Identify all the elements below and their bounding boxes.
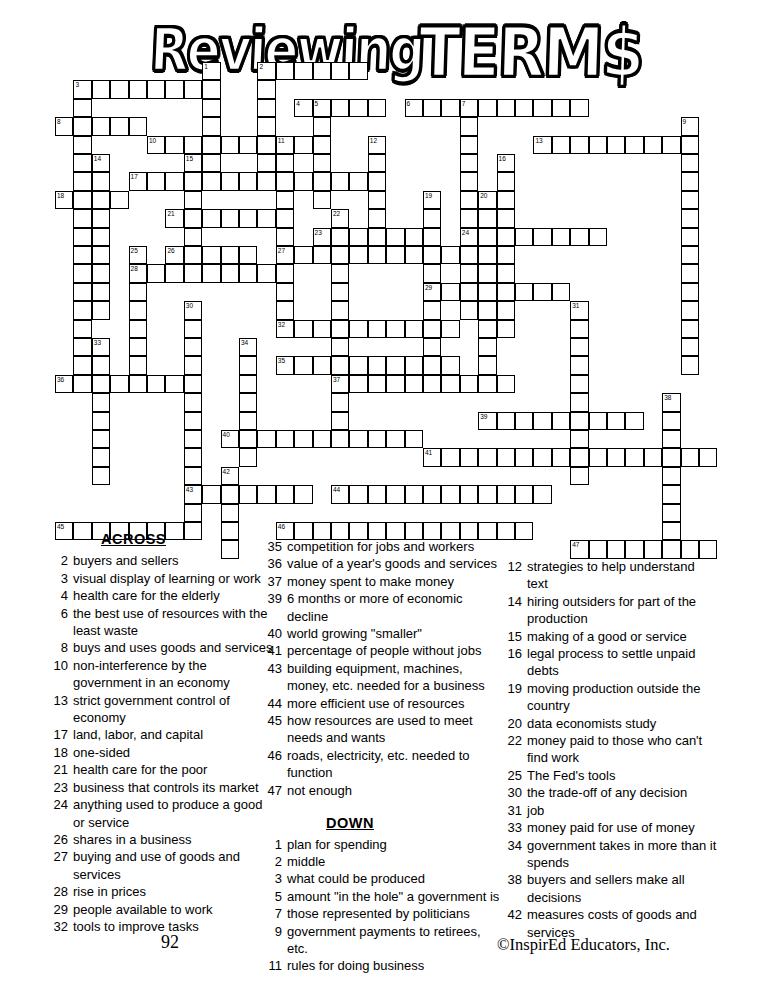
grid-cell[interactable] (221, 264, 239, 282)
grid-cell[interactable] (460, 375, 478, 393)
grid-cell[interactable]: 39 (478, 412, 496, 430)
grid-cell[interactable] (202, 80, 220, 98)
grid-cell[interactable] (331, 99, 349, 117)
grid-cell[interactable] (257, 117, 275, 135)
grid-cell[interactable] (349, 356, 367, 374)
grid-cell[interactable] (368, 154, 386, 172)
grid-cell[interactable] (478, 246, 496, 264)
grid-cell[interactable] (239, 430, 257, 448)
grid-cell[interactable] (331, 283, 349, 301)
grid-cell[interactable] (184, 136, 202, 154)
grid-cell[interactable] (110, 117, 128, 135)
grid-cell[interactable] (681, 228, 699, 246)
grid-cell[interactable]: 20 (478, 191, 496, 209)
grid-cell[interactable] (165, 80, 183, 98)
grid-cell[interactable] (331, 264, 349, 282)
grid-cell[interactable] (276, 485, 294, 503)
grid-cell[interactable] (460, 172, 478, 190)
grid-cell[interactable] (184, 228, 202, 246)
grid-cell[interactable] (423, 375, 441, 393)
grid-cell[interactable] (441, 246, 459, 264)
grid-cell[interactable] (607, 448, 625, 466)
grid-cell[interactable] (515, 412, 533, 430)
grid-cell[interactable] (681, 338, 699, 356)
grid-cell[interactable] (460, 136, 478, 154)
grid-cell[interactable] (349, 320, 367, 338)
grid-cell[interactable] (129, 338, 147, 356)
grid-cell[interactable] (681, 209, 699, 227)
grid-cell[interactable] (239, 136, 257, 154)
grid-cell[interactable] (570, 375, 588, 393)
grid-cell[interactable] (662, 540, 680, 558)
grid-cell[interactable] (570, 228, 588, 246)
grid-cell[interactable] (478, 375, 496, 393)
grid-cell[interactable] (110, 80, 128, 98)
grid-cell[interactable] (202, 136, 220, 154)
grid-cell[interactable] (460, 301, 478, 319)
grid-cell[interactable] (202, 209, 220, 227)
grid-cell[interactable] (533, 485, 551, 503)
grid-cell[interactable] (423, 301, 441, 319)
grid-cell[interactable] (533, 283, 551, 301)
grid-cell[interactable] (368, 375, 386, 393)
grid-cell[interactable] (184, 209, 202, 227)
grid-cell[interactable] (460, 191, 478, 209)
grid-cell[interactable] (313, 430, 331, 448)
grid-cell[interactable] (73, 209, 91, 227)
grid-cell[interactable] (184, 338, 202, 356)
grid-cell[interactable] (386, 320, 404, 338)
grid-cell[interactable] (662, 136, 680, 154)
grid-cell[interactable] (313, 136, 331, 154)
grid-cell[interactable] (165, 264, 183, 282)
grid-cell[interactable] (221, 246, 239, 264)
grid-cell[interactable] (92, 172, 110, 190)
grid-cell[interactable]: 31 (570, 301, 588, 319)
grid-cell[interactable] (294, 320, 312, 338)
grid-cell[interactable]: 36 (55, 375, 73, 393)
grid-cell[interactable] (478, 264, 496, 282)
grid-cell[interactable]: 14 (92, 154, 110, 172)
grid-cell[interactable] (294, 430, 312, 448)
grid-cell[interactable] (460, 246, 478, 264)
grid-cell[interactable] (423, 338, 441, 356)
grid-cell[interactable] (349, 172, 367, 190)
grid-cell[interactable] (184, 430, 202, 448)
grid-cell[interactable] (497, 209, 515, 227)
grid-cell[interactable] (349, 485, 367, 503)
grid-cell[interactable]: 17 (129, 172, 147, 190)
grid-cell[interactable]: 12 (368, 136, 386, 154)
grid-cell[interactable] (202, 154, 220, 172)
grid-cell[interactable] (607, 540, 625, 558)
grid-cell[interactable] (368, 485, 386, 503)
grid-cell[interactable] (478, 356, 496, 374)
grid-cell[interactable] (460, 117, 478, 135)
grid-cell[interactable] (662, 430, 680, 448)
grid-cell[interactable] (257, 154, 275, 172)
grid-cell[interactable]: 21 (165, 209, 183, 227)
grid-cell[interactable] (662, 485, 680, 503)
grid-cell[interactable] (276, 264, 294, 282)
grid-cell[interactable] (184, 467, 202, 485)
grid-cell[interactable] (184, 504, 202, 522)
grid-cell[interactable]: 25 (129, 246, 147, 264)
grid-cell[interactable] (349, 228, 367, 246)
grid-cell[interactable] (147, 264, 165, 282)
grid-cell[interactable] (257, 264, 275, 282)
grid-cell[interactable] (331, 320, 349, 338)
grid-cell[interactable] (221, 209, 239, 227)
grid-cell[interactable] (239, 412, 257, 430)
grid-cell[interactable] (570, 99, 588, 117)
grid-cell[interactable] (276, 172, 294, 190)
grid-cell[interactable] (478, 320, 496, 338)
grid-cell[interactable] (257, 430, 275, 448)
grid-cell[interactable] (331, 172, 349, 190)
grid-cell[interactable] (276, 228, 294, 246)
grid-cell[interactable] (73, 99, 91, 117)
grid-cell[interactable] (441, 320, 459, 338)
grid-cell[interactable] (294, 246, 312, 264)
grid-cell[interactable] (313, 154, 331, 172)
grid-cell[interactable] (313, 117, 331, 135)
grid-cell[interactable] (129, 117, 147, 135)
grid-cell[interactable]: 1 (202, 62, 220, 80)
grid-cell[interactable] (552, 136, 570, 154)
grid-cell[interactable] (184, 264, 202, 282)
grid-cell[interactable] (276, 430, 294, 448)
grid-cell[interactable] (331, 228, 349, 246)
grid-cell[interactable] (313, 320, 331, 338)
grid-cell[interactable] (368, 209, 386, 227)
grid-cell[interactable] (73, 338, 91, 356)
grid-cell[interactable] (294, 485, 312, 503)
grid-cell[interactable]: 3 (73, 80, 91, 98)
grid-cell[interactable] (184, 172, 202, 190)
grid-cell[interactable] (129, 320, 147, 338)
grid-cell[interactable]: 19 (423, 191, 441, 209)
grid-cell[interactable] (92, 209, 110, 227)
grid-cell[interactable] (92, 448, 110, 466)
grid-cell[interactable] (644, 448, 662, 466)
grid-cell[interactable] (662, 504, 680, 522)
grid-cell[interactable] (681, 264, 699, 282)
grid-cell[interactable] (368, 228, 386, 246)
grid-cell[interactable] (681, 154, 699, 172)
grid-cell[interactable] (699, 448, 717, 466)
grid-cell[interactable] (331, 412, 349, 430)
grid-cell[interactable] (257, 136, 275, 154)
grid-cell[interactable] (460, 448, 478, 466)
grid-cell[interactable] (368, 430, 386, 448)
grid-cell[interactable] (533, 228, 551, 246)
grid-cell[interactable] (184, 356, 202, 374)
grid-cell[interactable] (497, 264, 515, 282)
grid-cell[interactable] (276, 191, 294, 209)
grid-cell[interactable] (184, 412, 202, 430)
grid-cell[interactable] (257, 80, 275, 98)
grid-cell[interactable] (92, 356, 110, 374)
grid-cell[interactable] (92, 375, 110, 393)
grid-cell[interactable]: 43 (184, 485, 202, 503)
grid-cell[interactable] (294, 356, 312, 374)
grid-cell[interactable] (441, 356, 459, 374)
grid-cell[interactable] (515, 522, 533, 540)
grid-cell[interactable] (423, 228, 441, 246)
grid-cell[interactable]: 2 (257, 62, 275, 80)
grid-cell[interactable] (460, 485, 478, 503)
grid-cell[interactable] (681, 320, 699, 338)
grid-cell[interactable]: 18 (55, 191, 73, 209)
grid-cell[interactable] (552, 283, 570, 301)
grid-cell[interactable] (92, 393, 110, 411)
grid-cell[interactable] (515, 448, 533, 466)
grid-cell[interactable] (460, 209, 478, 227)
grid-cell[interactable] (423, 209, 441, 227)
grid-cell[interactable] (73, 283, 91, 301)
grid-cell[interactable] (570, 467, 588, 485)
grid-cell[interactable] (239, 375, 257, 393)
grid-cell[interactable] (276, 283, 294, 301)
grid-cell[interactable] (423, 264, 441, 282)
grid-cell[interactable]: 9 (681, 117, 699, 135)
grid-cell[interactable] (92, 80, 110, 98)
grid-cell[interactable] (570, 136, 588, 154)
grid-cell[interactable] (73, 375, 91, 393)
grid-cell[interactable] (478, 448, 496, 466)
grid-cell[interactable] (662, 448, 680, 466)
grid-cell[interactable] (92, 264, 110, 282)
grid-cell[interactable]: 30 (184, 301, 202, 319)
grid-cell[interactable] (73, 228, 91, 246)
grid-cell[interactable] (368, 320, 386, 338)
grid-cell[interactable] (533, 448, 551, 466)
grid-cell[interactable] (313, 62, 331, 80)
grid-cell[interactable]: 4 (294, 99, 312, 117)
grid-cell[interactable] (73, 117, 91, 135)
grid-cell[interactable] (497, 412, 515, 430)
grid-cell[interactable]: 16 (497, 154, 515, 172)
grid-cell[interactable] (552, 99, 570, 117)
grid-cell[interactable] (478, 338, 496, 356)
grid-cell[interactable] (73, 154, 91, 172)
grid-cell[interactable] (497, 301, 515, 319)
grid-cell[interactable] (681, 172, 699, 190)
grid-cell[interactable] (497, 228, 515, 246)
grid-cell[interactable] (331, 393, 349, 411)
grid-cell[interactable] (184, 320, 202, 338)
grid-cell[interactable] (73, 301, 91, 319)
grid-cell[interactable] (368, 99, 386, 117)
grid-cell[interactable] (662, 467, 680, 485)
grid-cell[interactable] (257, 209, 275, 227)
grid-cell[interactable] (331, 246, 349, 264)
grid-cell[interactable] (239, 393, 257, 411)
grid-cell[interactable] (92, 283, 110, 301)
grid-cell[interactable] (202, 264, 220, 282)
grid-cell[interactable] (165, 172, 183, 190)
grid-cell[interactable] (589, 228, 607, 246)
grid-cell[interactable] (313, 356, 331, 374)
grid-cell[interactable] (625, 540, 643, 558)
grid-cell[interactable]: 5 (313, 99, 331, 117)
grid-cell[interactable] (110, 191, 128, 209)
grid-cell[interactable] (405, 430, 423, 448)
grid-cell[interactable] (349, 430, 367, 448)
grid-cell[interactable] (681, 301, 699, 319)
grid-cell[interactable] (570, 393, 588, 411)
grid-cell[interactable] (681, 448, 699, 466)
grid-cell[interactable] (589, 448, 607, 466)
grid-cell[interactable] (497, 191, 515, 209)
grid-cell[interactable]: 32 (276, 320, 294, 338)
grid-cell[interactable] (405, 320, 423, 338)
grid-cell[interactable] (294, 62, 312, 80)
grid-cell[interactable] (92, 117, 110, 135)
grid-cell[interactable] (497, 172, 515, 190)
grid-cell[interactable] (460, 283, 478, 301)
grid-cell[interactable] (276, 154, 294, 172)
grid-cell[interactable] (570, 430, 588, 448)
grid-cell[interactable] (441, 99, 459, 117)
grid-cell[interactable] (129, 375, 147, 393)
grid-cell[interactable] (92, 430, 110, 448)
grid-cell[interactable] (129, 283, 147, 301)
grid-cell[interactable]: 41 (423, 448, 441, 466)
grid-cell[interactable] (202, 172, 220, 190)
grid-cell[interactable] (239, 172, 257, 190)
grid-cell[interactable] (331, 301, 349, 319)
grid-cell[interactable] (497, 485, 515, 503)
grid-cell[interactable] (515, 228, 533, 246)
grid-cell[interactable]: 15 (184, 154, 202, 172)
grid-cell[interactable] (589, 136, 607, 154)
grid-cell[interactable]: 10 (147, 136, 165, 154)
grid-cell[interactable] (110, 375, 128, 393)
grid-cell[interactable] (552, 412, 570, 430)
grid-cell[interactable] (257, 172, 275, 190)
grid-cell[interactable] (441, 485, 459, 503)
grid-cell[interactable]: 47 (570, 540, 588, 558)
grid-cell[interactable] (681, 246, 699, 264)
grid-cell[interactable] (73, 136, 91, 154)
grid-cell[interactable] (533, 412, 551, 430)
grid-cell[interactable] (405, 356, 423, 374)
grid-cell[interactable] (681, 136, 699, 154)
grid-cell[interactable] (681, 356, 699, 374)
grid-cell[interactable]: 34 (239, 338, 257, 356)
grid-cell[interactable]: 7 (460, 99, 478, 117)
grid-cell[interactable] (570, 356, 588, 374)
grid-cell[interactable] (681, 540, 699, 558)
grid-cell[interactable] (147, 375, 165, 393)
grid-cell[interactable] (423, 320, 441, 338)
grid-cell[interactable] (405, 485, 423, 503)
grid-cell[interactable] (221, 485, 239, 503)
grid-cell[interactable] (386, 228, 404, 246)
grid-cell[interactable] (368, 356, 386, 374)
grid-cell[interactable] (497, 448, 515, 466)
grid-cell[interactable] (386, 356, 404, 374)
grid-cell[interactable] (73, 246, 91, 264)
grid-cell[interactable] (129, 301, 147, 319)
grid-cell[interactable] (73, 191, 91, 209)
grid-cell[interactable] (239, 485, 257, 503)
grid-cell[interactable] (441, 448, 459, 466)
grid-cell[interactable] (478, 228, 496, 246)
grid-cell[interactable] (570, 338, 588, 356)
grid-cell[interactable] (276, 301, 294, 319)
grid-cell[interactable] (589, 412, 607, 430)
grid-cell[interactable] (441, 375, 459, 393)
grid-cell[interactable] (129, 80, 147, 98)
grid-cell[interactable] (147, 172, 165, 190)
grid-cell[interactable] (644, 136, 662, 154)
grid-cell[interactable] (239, 264, 257, 282)
grid-cell[interactable] (441, 283, 459, 301)
grid-cell[interactable] (92, 246, 110, 264)
grid-cell[interactable] (607, 136, 625, 154)
grid-cell[interactable]: 13 (533, 136, 551, 154)
grid-cell[interactable] (92, 228, 110, 246)
grid-cell[interactable] (221, 504, 239, 522)
grid-cell[interactable]: 40 (221, 430, 239, 448)
grid-cell[interactable] (386, 375, 404, 393)
grid-cell[interactable] (497, 283, 515, 301)
grid-cell[interactable] (165, 375, 183, 393)
grid-cell[interactable]: 26 (165, 246, 183, 264)
grid-cell[interactable] (681, 191, 699, 209)
grid-cell[interactable] (589, 540, 607, 558)
grid-cell[interactable]: 42 (221, 467, 239, 485)
grid-cell[interactable] (349, 99, 367, 117)
grid-cell[interactable] (405, 228, 423, 246)
grid-cell[interactable] (625, 136, 643, 154)
grid-cell[interactable] (478, 209, 496, 227)
grid-cell[interactable] (239, 209, 257, 227)
grid-cell[interactable] (423, 99, 441, 117)
grid-cell[interactable] (497, 375, 515, 393)
grid-cell[interactable] (349, 62, 367, 80)
grid-cell[interactable] (368, 246, 386, 264)
grid-cell[interactable] (73, 172, 91, 190)
grid-cell[interactable]: 37 (331, 375, 349, 393)
grid-cell[interactable] (313, 172, 331, 190)
grid-cell[interactable] (221, 136, 239, 154)
grid-cell[interactable] (552, 448, 570, 466)
grid-cell[interactable] (644, 540, 662, 558)
grid-cell[interactable] (331, 338, 349, 356)
grid-cell[interactable] (276, 209, 294, 227)
grid-cell[interactable] (607, 412, 625, 430)
grid-cell[interactable] (405, 375, 423, 393)
grid-cell[interactable] (257, 485, 275, 503)
grid-cell[interactable] (699, 540, 717, 558)
grid-cell[interactable] (386, 430, 404, 448)
grid-cell[interactable] (497, 246, 515, 264)
grid-cell[interactable] (423, 356, 441, 374)
grid-cell[interactable] (570, 448, 588, 466)
grid-cell[interactable]: 24 (460, 228, 478, 246)
grid-cell[interactable] (681, 283, 699, 301)
grid-cell[interactable] (73, 356, 91, 374)
grid-cell[interactable] (184, 393, 202, 411)
grid-cell[interactable] (662, 522, 680, 540)
grid-cell[interactable] (221, 172, 239, 190)
grid-cell[interactable]: 23 (313, 228, 331, 246)
grid-cell[interactable] (331, 62, 349, 80)
